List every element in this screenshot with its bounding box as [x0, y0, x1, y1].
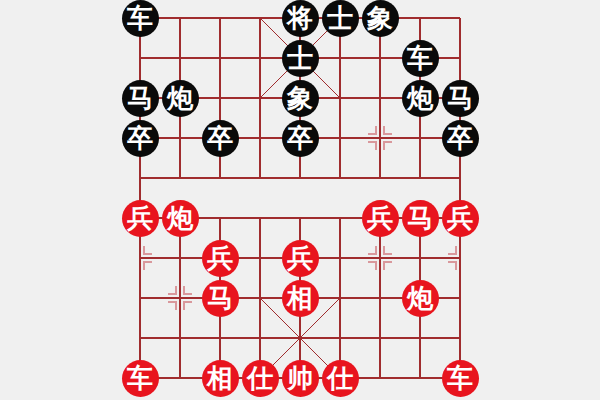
piece-red-elephant[interactable]: 相 [202, 360, 239, 397]
piece-red-soldier[interactable]: 兵 [122, 200, 159, 237]
piece-red-horse[interactable]: 马 [402, 200, 439, 237]
piece-layer: 车将士象士车马炮象炮马卒卒卒卒兵炮兵马兵兵兵马相炮车相仕帅仕车 [120, 0, 480, 398]
piece-black-soldier[interactable]: 卒 [202, 120, 239, 157]
piece-red-soldier[interactable]: 兵 [362, 200, 399, 237]
piece-black-cannon[interactable]: 炮 [402, 80, 439, 117]
piece-black-cannon[interactable]: 炮 [162, 80, 199, 117]
piece-black-horse[interactable]: 马 [442, 80, 479, 117]
piece-red-chariot[interactable]: 车 [122, 360, 159, 397]
piece-red-soldier[interactable]: 兵 [442, 200, 479, 237]
piece-black-elephant[interactable]: 象 [282, 80, 319, 117]
piece-black-elephant[interactable]: 象 [362, 0, 399, 37]
piece-black-horse[interactable]: 马 [122, 80, 159, 117]
piece-red-elephant[interactable]: 相 [282, 280, 319, 317]
piece-red-cannon[interactable]: 炮 [162, 200, 199, 237]
piece-black-soldier[interactable]: 卒 [122, 120, 159, 157]
piece-red-horse[interactable]: 马 [202, 280, 239, 317]
piece-red-cannon[interactable]: 炮 [402, 280, 439, 317]
piece-red-advisor[interactable]: 仕 [322, 360, 359, 397]
piece-red-general[interactable]: 帅 [282, 360, 319, 397]
piece-black-advisor[interactable]: 士 [282, 40, 319, 77]
piece-black-advisor[interactable]: 士 [322, 0, 359, 37]
xiangqi-board: 车将士象士车马炮象炮马卒卒卒卒兵炮兵马兵兵兵马相炮车相仕帅仕车 [0, 0, 600, 400]
piece-black-general[interactable]: 将 [282, 0, 319, 37]
piece-black-soldier[interactable]: 卒 [442, 120, 479, 157]
piece-red-soldier[interactable]: 兵 [282, 240, 319, 277]
piece-red-chariot[interactable]: 车 [442, 360, 479, 397]
piece-black-chariot[interactable]: 车 [402, 40, 439, 77]
piece-red-soldier[interactable]: 兵 [202, 240, 239, 277]
piece-black-chariot[interactable]: 车 [122, 0, 159, 37]
piece-black-soldier[interactable]: 卒 [282, 120, 319, 157]
piece-red-advisor[interactable]: 仕 [242, 360, 279, 397]
